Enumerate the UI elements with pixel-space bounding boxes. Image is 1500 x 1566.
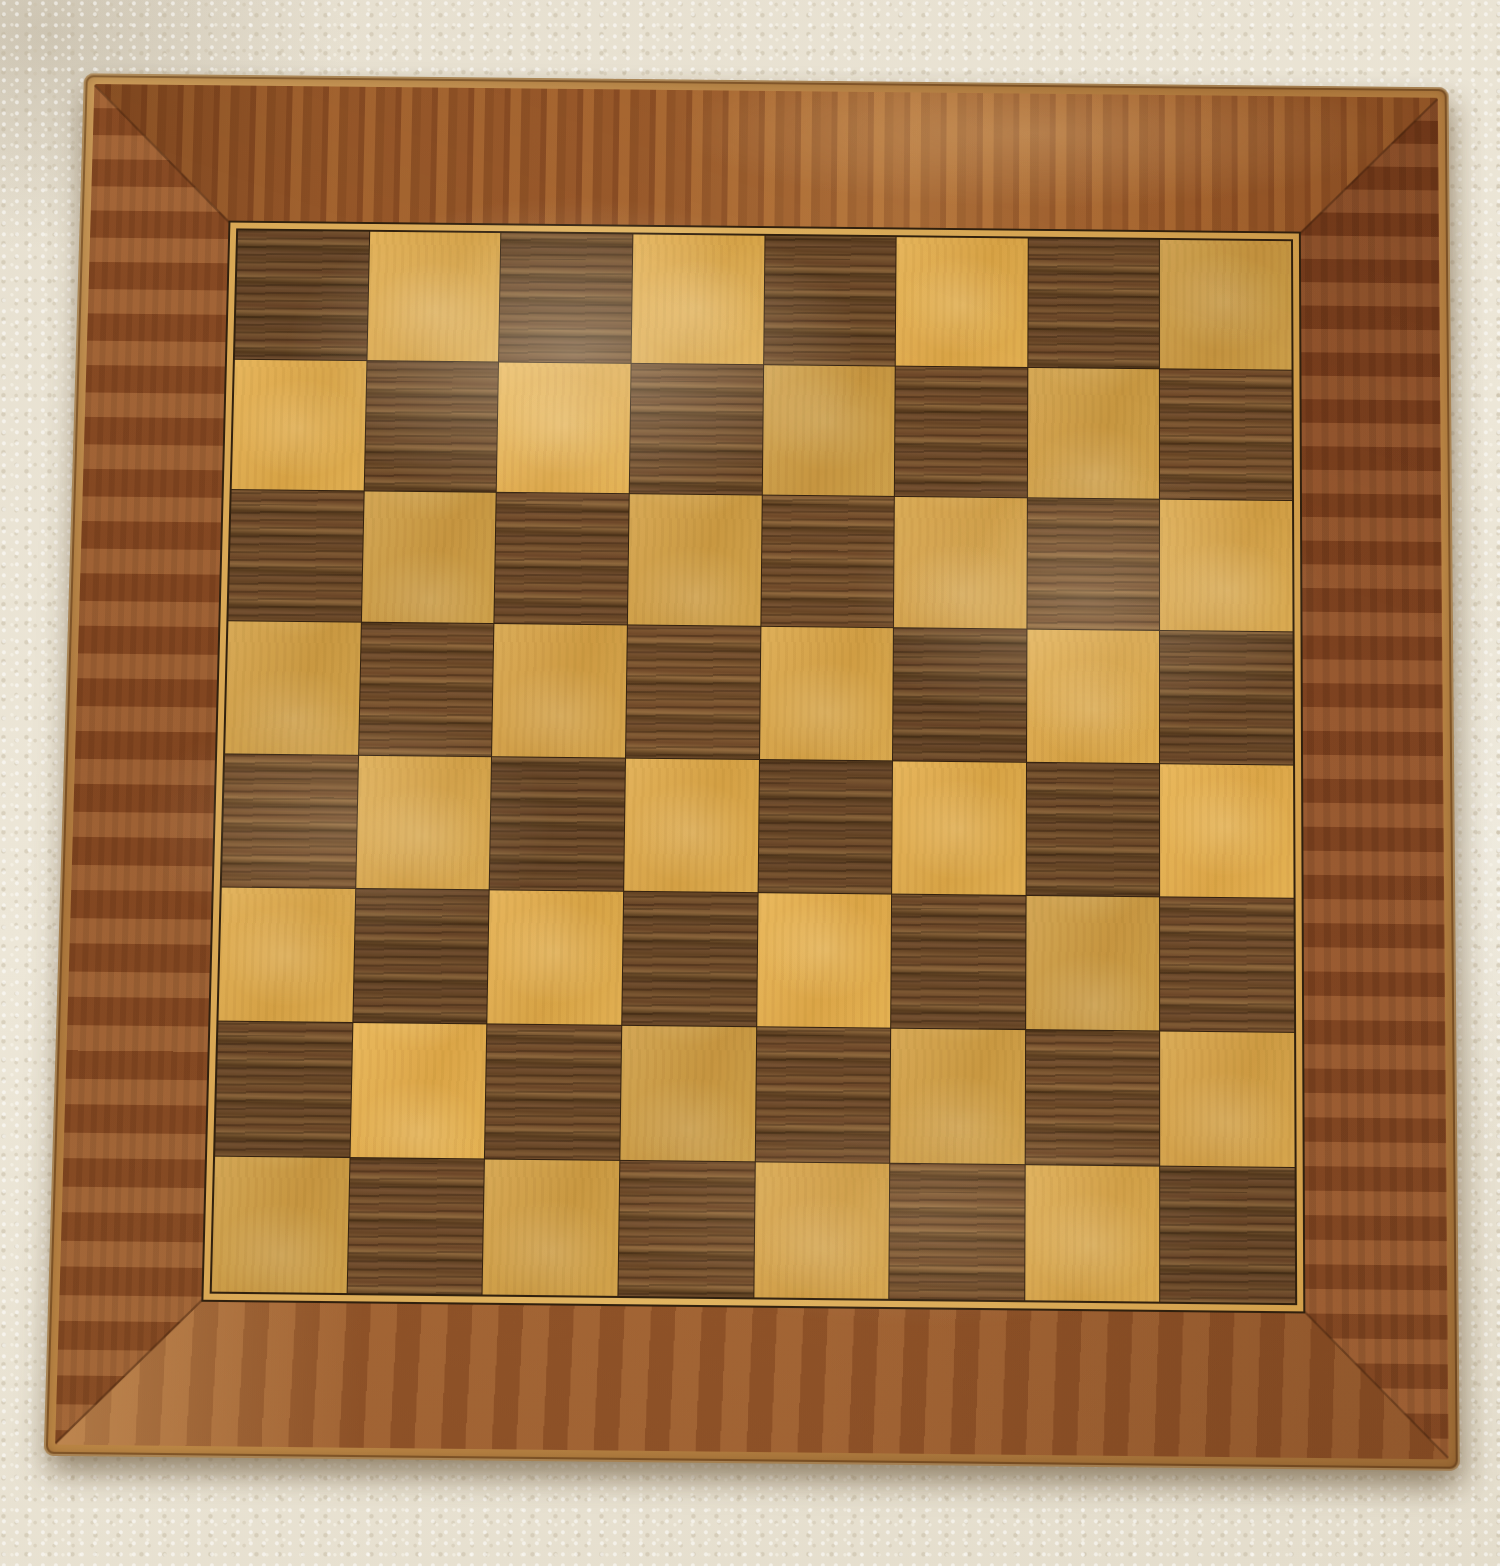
square-b6 — [362, 492, 496, 624]
square-g5 — [1027, 630, 1160, 763]
square-f7 — [895, 367, 1027, 498]
square-d4 — [624, 758, 758, 892]
square-a3 — [218, 887, 354, 1022]
carpet-background — [0, 0, 1500, 1566]
square-g1 — [1025, 1165, 1160, 1302]
square-a2 — [215, 1021, 352, 1157]
square-c4 — [490, 757, 625, 891]
square-c1 — [483, 1159, 619, 1296]
square-a5 — [225, 622, 360, 755]
square-h1 — [1161, 1166, 1296, 1303]
square-g8 — [1028, 239, 1159, 369]
square-b1 — [347, 1158, 484, 1295]
square-c8 — [499, 233, 632, 363]
square-e1 — [754, 1162, 889, 1299]
square-c6 — [495, 493, 629, 625]
square-f2 — [890, 1028, 1025, 1164]
square-c3 — [488, 890, 623, 1025]
square-h5 — [1160, 631, 1293, 764]
square-e6 — [761, 496, 894, 628]
square-h6 — [1160, 500, 1292, 632]
square-h2 — [1160, 1031, 1294, 1167]
square-d7 — [630, 364, 763, 495]
square-c2 — [485, 1024, 621, 1160]
stringing-inlay — [201, 221, 1305, 1314]
square-g7 — [1028, 368, 1160, 499]
square-c7 — [497, 363, 630, 494]
square-e7 — [762, 365, 895, 496]
playing-field — [210, 228, 1298, 1305]
square-b3 — [353, 889, 489, 1024]
square-f3 — [891, 894, 1025, 1029]
board-frame — [55, 84, 1448, 1459]
square-b8 — [367, 232, 500, 362]
square-d6 — [628, 494, 762, 626]
square-d2 — [620, 1026, 755, 1162]
square-a1 — [212, 1157, 349, 1294]
square-e5 — [760, 627, 894, 760]
square-a4 — [222, 754, 358, 888]
square-a7 — [232, 360, 366, 491]
square-b5 — [359, 623, 494, 756]
square-f1 — [889, 1164, 1024, 1301]
square-b2 — [350, 1023, 486, 1159]
square-g2 — [1025, 1030, 1159, 1166]
square-b4 — [356, 755, 491, 889]
square-g3 — [1026, 896, 1160, 1031]
square-e2 — [755, 1027, 890, 1163]
square-a8 — [235, 230, 369, 360]
square-g6 — [1027, 499, 1159, 631]
square-d5 — [626, 626, 760, 759]
square-e8 — [764, 236, 896, 366]
square-f6 — [894, 497, 1027, 629]
square-e3 — [757, 893, 891, 1028]
square-h8 — [1160, 240, 1291, 370]
square-h7 — [1160, 369, 1292, 500]
square-h3 — [1160, 897, 1294, 1032]
square-d3 — [622, 891, 757, 1026]
square-g4 — [1026, 762, 1159, 896]
square-f4 — [892, 761, 1026, 895]
square-b7 — [364, 361, 498, 492]
square-h4 — [1160, 764, 1293, 898]
chessboard — [44, 73, 1460, 1471]
square-d1 — [618, 1161, 754, 1298]
square-f8 — [896, 237, 1028, 367]
square-e4 — [758, 760, 892, 894]
square-a6 — [228, 490, 363, 622]
square-d8 — [631, 234, 764, 364]
square-c5 — [492, 624, 626, 757]
square-f5 — [893, 629, 1026, 762]
